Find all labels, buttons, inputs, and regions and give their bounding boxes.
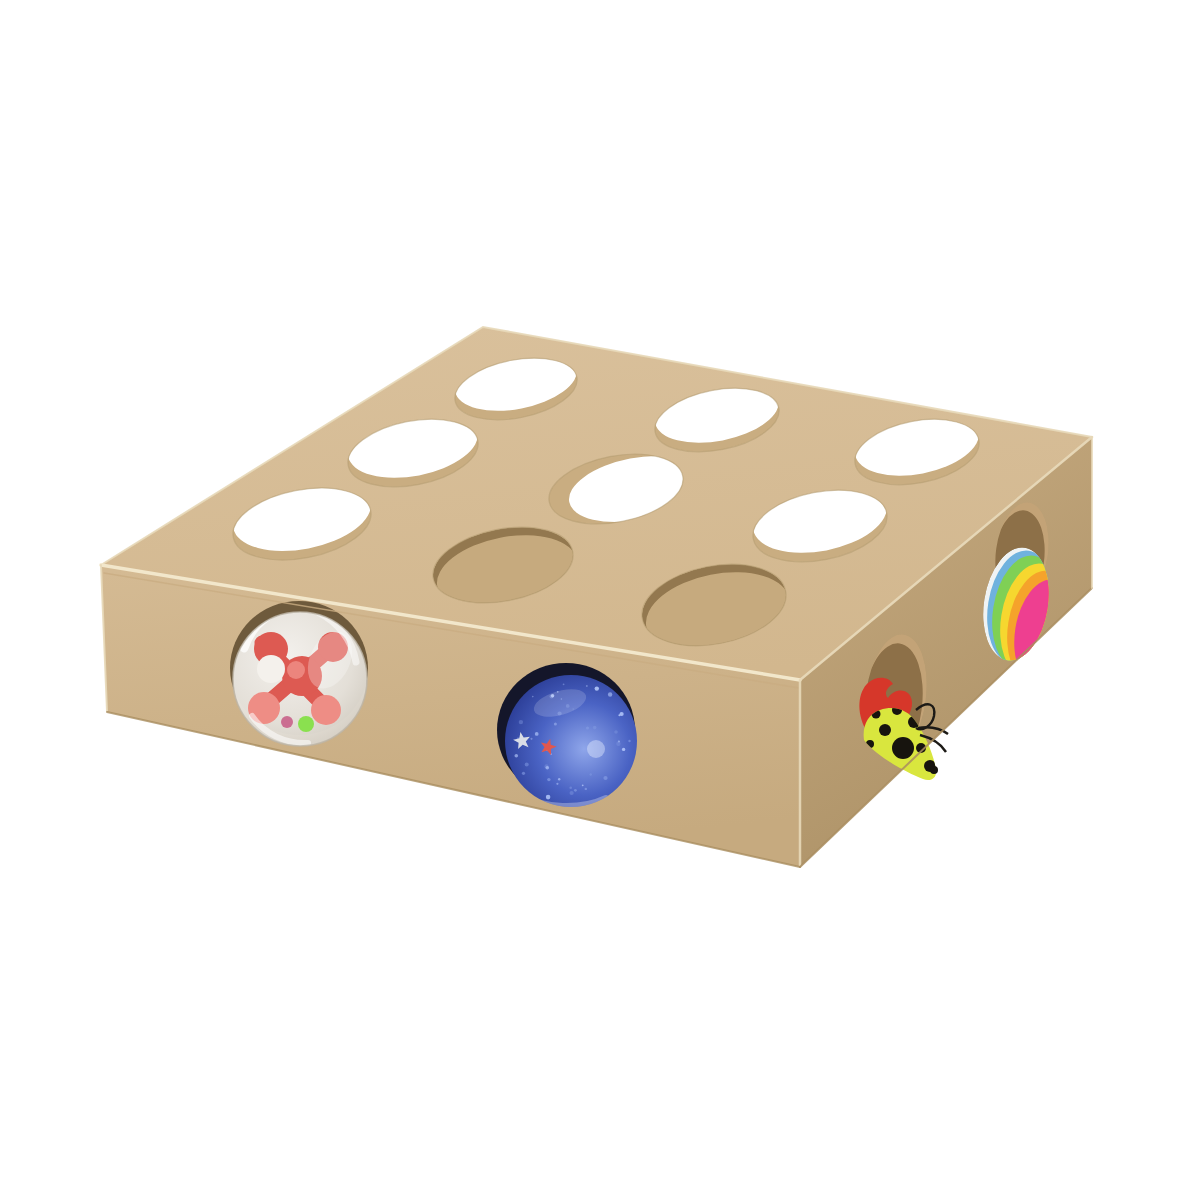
clear-rattle-ball [230, 601, 368, 746]
mouse-nose [930, 766, 938, 774]
product-photo-canvas [0, 0, 1200, 1200]
green-bead [298, 716, 314, 732]
cat-toy-box-illustration [0, 0, 1200, 1200]
pink-bead [281, 716, 293, 728]
white-knob [257, 655, 285, 683]
